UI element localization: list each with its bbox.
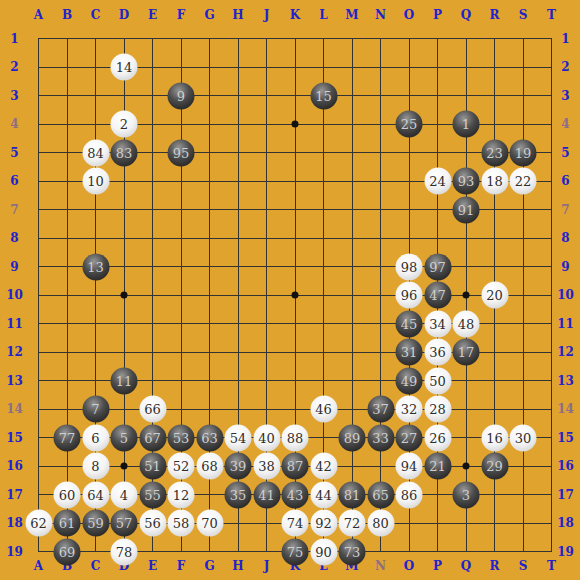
stone-white-d4: 2 bbox=[111, 111, 138, 138]
coord-label-left: 5 bbox=[6, 145, 24, 161]
coord-label-left: 16 bbox=[6, 458, 24, 474]
stone-black-b18: 61 bbox=[54, 510, 81, 537]
star-point bbox=[463, 463, 470, 470]
coord-label-top: T bbox=[543, 7, 561, 23]
stone-black-q12: 17 bbox=[453, 339, 480, 366]
stone-black-e15: 67 bbox=[139, 424, 166, 451]
coord-label-left: 14 bbox=[6, 401, 24, 417]
coord-label-right: 12 bbox=[557, 344, 575, 360]
stone-black-b19: 69 bbox=[54, 538, 81, 565]
coord-label-top: O bbox=[400, 7, 418, 23]
coord-label-right: 16 bbox=[557, 458, 575, 474]
coord-label-bottom: S bbox=[514, 558, 532, 574]
stone-black-o13: 49 bbox=[396, 367, 423, 394]
coord-label-right: 9 bbox=[557, 259, 575, 275]
coord-label-top: J bbox=[258, 7, 276, 23]
stone-white-d19: 78 bbox=[111, 538, 138, 565]
stone-black-e17: 55 bbox=[139, 481, 166, 508]
star-point bbox=[292, 292, 299, 299]
stone-white-r10: 20 bbox=[481, 282, 508, 309]
coord-label-top: P bbox=[429, 7, 447, 23]
coord-label-bottom: T bbox=[543, 558, 561, 574]
coord-label-bottom: F bbox=[172, 558, 190, 574]
coord-label-right: 2 bbox=[557, 59, 575, 75]
stone-black-q6: 93 bbox=[453, 168, 480, 195]
stone-black-c9: 13 bbox=[82, 253, 109, 280]
stone-black-q17: 3 bbox=[453, 481, 480, 508]
stone-white-o9: 98 bbox=[396, 253, 423, 280]
stone-black-d5: 83 bbox=[111, 139, 138, 166]
grid-line bbox=[38, 409, 552, 410]
coord-label-left: 4 bbox=[6, 116, 24, 132]
stone-white-e14: 66 bbox=[139, 396, 166, 423]
grid-line bbox=[352, 38, 353, 552]
coord-label-left: 12 bbox=[6, 344, 24, 360]
stone-white-c15: 6 bbox=[82, 424, 109, 451]
coord-label-right: 10 bbox=[557, 287, 575, 303]
coord-label-bottom: Q bbox=[457, 558, 475, 574]
stone-black-f15: 53 bbox=[168, 424, 195, 451]
stone-black-o12: 31 bbox=[396, 339, 423, 366]
coord-label-top: Q bbox=[457, 7, 475, 23]
stone-black-d15: 5 bbox=[111, 424, 138, 451]
coord-label-bottom: A bbox=[30, 558, 48, 574]
coord-label-right: 19 bbox=[557, 544, 575, 560]
coord-label-bottom: H bbox=[229, 558, 247, 574]
coord-label-right: 4 bbox=[557, 116, 575, 132]
coord-label-left: 2 bbox=[6, 59, 24, 75]
stone-white-o14: 32 bbox=[396, 396, 423, 423]
stone-white-m18: 72 bbox=[339, 510, 366, 537]
coord-label-right: 7 bbox=[557, 202, 575, 218]
stone-black-r16: 29 bbox=[481, 453, 508, 480]
stone-white-p13: 50 bbox=[424, 367, 451, 394]
stone-white-f16: 52 bbox=[168, 453, 195, 480]
stone-white-p14: 28 bbox=[424, 396, 451, 423]
stone-white-k15: 88 bbox=[282, 424, 309, 451]
stone-white-l14: 46 bbox=[310, 396, 337, 423]
coord-label-top: G bbox=[201, 7, 219, 23]
stone-black-j17: 41 bbox=[253, 481, 280, 508]
coord-label-bottom: C bbox=[87, 558, 105, 574]
coord-label-right: 8 bbox=[557, 230, 575, 246]
star-point bbox=[292, 121, 299, 128]
stone-black-b15: 77 bbox=[54, 424, 81, 451]
coord-label-right: 18 bbox=[557, 515, 575, 531]
coord-label-left: 15 bbox=[6, 430, 24, 446]
stone-white-o10: 96 bbox=[396, 282, 423, 309]
coord-label-bottom: G bbox=[201, 558, 219, 574]
stone-black-h17: 35 bbox=[225, 481, 252, 508]
coord-label-top: C bbox=[87, 7, 105, 23]
stone-black-p10: 47 bbox=[424, 282, 451, 309]
coord-label-left: 17 bbox=[6, 487, 24, 503]
stone-black-f3: 9 bbox=[168, 82, 195, 109]
grid-line bbox=[551, 38, 552, 552]
stone-black-c18: 59 bbox=[82, 510, 109, 537]
coord-label-top: F bbox=[172, 7, 190, 23]
stone-white-n18: 80 bbox=[367, 510, 394, 537]
coord-label-left: 1 bbox=[6, 31, 24, 47]
stone-white-o16: 94 bbox=[396, 453, 423, 480]
stone-white-g16: 68 bbox=[196, 453, 223, 480]
stone-white-c5: 84 bbox=[82, 139, 109, 166]
stone-white-d2: 14 bbox=[111, 54, 138, 81]
stone-white-l18: 92 bbox=[310, 510, 337, 537]
stone-white-q11: 48 bbox=[453, 310, 480, 337]
stone-black-c14: 7 bbox=[82, 396, 109, 423]
grid-line bbox=[380, 38, 381, 552]
stone-black-d18: 57 bbox=[111, 510, 138, 537]
coord-label-right: 6 bbox=[557, 173, 575, 189]
stone-black-m15: 89 bbox=[339, 424, 366, 451]
stone-white-e18: 56 bbox=[139, 510, 166, 537]
coord-label-bottom: N bbox=[372, 558, 390, 574]
coord-label-top: N bbox=[372, 7, 390, 23]
stone-black-p16: 21 bbox=[424, 453, 451, 480]
stone-black-k19: 75 bbox=[282, 538, 309, 565]
stone-white-s6: 22 bbox=[510, 168, 537, 195]
grid-line bbox=[523, 38, 524, 552]
stone-black-h16: 39 bbox=[225, 453, 252, 480]
stone-white-p15: 26 bbox=[424, 424, 451, 451]
coord-label-right: 14 bbox=[557, 401, 575, 417]
coord-label-left: 19 bbox=[6, 544, 24, 560]
stone-black-o15: 27 bbox=[396, 424, 423, 451]
stone-black-q4: 1 bbox=[453, 111, 480, 138]
coord-label-left: 10 bbox=[6, 287, 24, 303]
coord-label-bottom: O bbox=[400, 558, 418, 574]
coord-label-left: 9 bbox=[6, 259, 24, 275]
coord-label-top: M bbox=[343, 7, 361, 23]
coord-label-top: S bbox=[514, 7, 532, 23]
stone-black-s5: 19 bbox=[510, 139, 537, 166]
stone-black-m17: 81 bbox=[339, 481, 366, 508]
coord-label-right: 5 bbox=[557, 145, 575, 161]
stone-white-l17: 44 bbox=[310, 481, 337, 508]
coord-label-top: H bbox=[229, 7, 247, 23]
coord-label-left: 13 bbox=[6, 373, 24, 389]
coord-label-left: 8 bbox=[6, 230, 24, 246]
goban[interactable]: AABBCCDDEEFFGGHHJJKKLLMMNNOOPPQQRRSSTT11… bbox=[0, 0, 580, 580]
stone-black-p9: 97 bbox=[424, 253, 451, 280]
stone-white-a18: 62 bbox=[25, 510, 52, 537]
stone-white-p11: 34 bbox=[424, 310, 451, 337]
stone-white-s15: 30 bbox=[510, 424, 537, 451]
stone-white-k18: 74 bbox=[282, 510, 309, 537]
stone-white-b17: 60 bbox=[54, 481, 81, 508]
coord-label-right: 3 bbox=[557, 88, 575, 104]
stone-black-n14: 37 bbox=[367, 396, 394, 423]
coord-label-left: 3 bbox=[6, 88, 24, 104]
stone-white-c6: 10 bbox=[82, 168, 109, 195]
stone-black-o4: 25 bbox=[396, 111, 423, 138]
stone-black-e16: 51 bbox=[139, 453, 166, 480]
stone-black-o11: 45 bbox=[396, 310, 423, 337]
stone-black-r5: 23 bbox=[481, 139, 508, 166]
coord-label-right: 1 bbox=[557, 31, 575, 47]
stone-black-n15: 33 bbox=[367, 424, 394, 451]
coord-label-bottom: R bbox=[486, 558, 504, 574]
coord-label-top: A bbox=[30, 7, 48, 23]
stone-black-k17: 43 bbox=[282, 481, 309, 508]
stone-black-g15: 63 bbox=[196, 424, 223, 451]
stone-white-r15: 16 bbox=[481, 424, 508, 451]
coord-label-bottom: J bbox=[258, 558, 276, 574]
coord-label-left: 18 bbox=[6, 515, 24, 531]
stone-white-g18: 70 bbox=[196, 510, 223, 537]
coord-label-top: K bbox=[286, 7, 304, 23]
stone-white-p12: 36 bbox=[424, 339, 451, 366]
coord-label-top: R bbox=[486, 7, 504, 23]
coord-label-bottom: E bbox=[144, 558, 162, 574]
stone-white-p6: 24 bbox=[424, 168, 451, 195]
stone-white-f18: 58 bbox=[168, 510, 195, 537]
stone-black-k16: 87 bbox=[282, 453, 309, 480]
stone-black-f5: 95 bbox=[168, 139, 195, 166]
coord-label-top: L bbox=[315, 7, 333, 23]
stone-white-c16: 8 bbox=[82, 453, 109, 480]
stone-black-m19: 73 bbox=[339, 538, 366, 565]
coord-label-right: 13 bbox=[557, 373, 575, 389]
stone-white-c17: 64 bbox=[82, 481, 109, 508]
coord-label-left: 7 bbox=[6, 202, 24, 218]
stone-black-n17: 65 bbox=[367, 481, 394, 508]
stone-white-j15: 40 bbox=[253, 424, 280, 451]
star-point bbox=[121, 463, 128, 470]
coord-label-top: E bbox=[144, 7, 162, 23]
coord-label-right: 17 bbox=[557, 487, 575, 503]
star-point bbox=[121, 292, 128, 299]
stone-white-l16: 42 bbox=[310, 453, 337, 480]
coord-label-right: 11 bbox=[557, 316, 575, 332]
stone-white-d17: 4 bbox=[111, 481, 138, 508]
stone-black-d13: 11 bbox=[111, 367, 138, 394]
coord-label-top: B bbox=[58, 7, 76, 23]
stone-white-l19: 90 bbox=[310, 538, 337, 565]
stone-white-j16: 38 bbox=[253, 453, 280, 480]
stone-white-f17: 12 bbox=[168, 481, 195, 508]
stone-black-q7: 91 bbox=[453, 196, 480, 223]
star-point bbox=[463, 292, 470, 299]
stone-white-o17: 86 bbox=[396, 481, 423, 508]
stone-white-r6: 18 bbox=[481, 168, 508, 195]
coord-label-bottom: P bbox=[429, 558, 447, 574]
stone-white-h15: 54 bbox=[225, 424, 252, 451]
coord-label-right: 15 bbox=[557, 430, 575, 446]
coord-label-left: 6 bbox=[6, 173, 24, 189]
coord-label-top: D bbox=[115, 7, 133, 23]
stone-black-l3: 15 bbox=[310, 82, 337, 109]
coord-label-left: 11 bbox=[6, 316, 24, 332]
